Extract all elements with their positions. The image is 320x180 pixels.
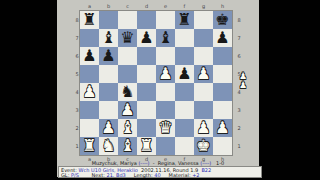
- square-d4: [137, 83, 156, 101]
- square-a4: ♟: [80, 83, 99, 101]
- square-f5: ♟: [175, 65, 194, 83]
- square-e1: [156, 137, 175, 155]
- square-c4: ♞: [118, 83, 137, 101]
- square-e5: ♟: [156, 65, 175, 83]
- file-label-h: h: [213, 3, 232, 10]
- square-b7: ♝: [99, 29, 118, 47]
- rank-label-2: 2: [236, 125, 242, 131]
- black-knight-piece: ♞: [120, 84, 134, 100]
- caption-text: Material:: [161, 172, 193, 178]
- rank-label-3: 3: [74, 107, 80, 113]
- white-pawn-piece: ♟: [196, 120, 210, 136]
- square-c6: [118, 47, 137, 65]
- caption-text: P/S: [71, 172, 79, 178]
- square-f4: [175, 83, 194, 101]
- square-b6: ♟: [99, 47, 118, 65]
- square-h1: [213, 137, 232, 155]
- square-b2: ♟: [99, 119, 118, 137]
- black-pawn-piece: ♟: [139, 30, 153, 46]
- captured-material-tray: ♟♟: [236, 72, 250, 90]
- square-g5: ♟: [194, 65, 213, 83]
- chess-board: ♜♜♚♝♛♟♝♟♟♟♟♟♟♟♞♟♟♝♛♟♟♜♞♝♜♚: [80, 11, 232, 155]
- black-bishop-piece: ♝: [158, 30, 172, 46]
- file-label-b: b: [99, 3, 118, 10]
- rank-label-8: 8: [74, 17, 80, 23]
- white-pawn-piece: ♟: [215, 120, 229, 136]
- caption-text: 21. Bd3: [106, 172, 125, 178]
- black-rook-piece: ♜: [177, 12, 191, 28]
- file-label-d: d: [137, 3, 156, 10]
- video-frame: abcdefgh ♜♜♚♝♛♟♝♟♟♟♟♟♟♟♞♟♟♝♛♟♟♜♞♝♜♚ abcd…: [0, 0, 320, 180]
- square-h7: ♟: [213, 29, 232, 47]
- square-d7: ♟: [137, 29, 156, 47]
- rank-label-2: 2: [74, 125, 80, 131]
- file-label-c: c: [118, 3, 137, 10]
- square-d6: [137, 47, 156, 65]
- square-b1: ♞: [99, 137, 118, 155]
- white-queen-piece: ♛: [158, 120, 172, 136]
- caption-text: +2: [192, 172, 199, 178]
- chess-video-panel: abcdefgh ♜♜♚♝♛♟♝♟♟♟♟♟♟♟♞♟♟♝♛♟♟♜♞♝♜♚ abcd…: [57, 0, 259, 177]
- rank-label-5: 5: [74, 71, 80, 77]
- white-bishop-piece: ♝: [120, 120, 134, 136]
- white-pawn-piece: ♟: [120, 102, 134, 118]
- square-a1: ♜: [80, 137, 99, 155]
- white-bishop-piece: ♝: [120, 138, 134, 154]
- rank-label-6: 6: [74, 53, 80, 59]
- white-rook-piece: ♜: [139, 138, 153, 154]
- square-a5: [80, 65, 99, 83]
- square-g4: [194, 83, 213, 101]
- caption-text: B22: [201, 167, 211, 173]
- caption-text: Next:: [79, 172, 107, 178]
- white-pawn-piece: ♟: [158, 66, 172, 82]
- game-info-box: Event: Wch U10 Girls, Heraklio 2002.11.1…: [58, 166, 262, 178]
- file-label-g: g: [194, 3, 213, 10]
- square-a3: [80, 101, 99, 119]
- square-a6: ♟: [80, 47, 99, 65]
- black-king-piece: ♚: [215, 12, 229, 28]
- square-g3: [194, 101, 213, 119]
- white-pawn-piece: ♟: [101, 120, 115, 136]
- square-c1: ♝: [118, 137, 137, 155]
- square-f8: ♜: [175, 11, 194, 29]
- square-c5: [118, 65, 137, 83]
- square-h4: [213, 83, 232, 101]
- black-pawn-piece: ♟: [215, 30, 229, 46]
- square-b8: [99, 11, 118, 29]
- square-e4: [156, 83, 175, 101]
- file-labels-top: abcdefgh: [80, 3, 232, 10]
- square-b3: [99, 101, 118, 119]
- rank-label-7: 7: [236, 35, 242, 41]
- square-g2: ♟: [194, 119, 213, 137]
- square-f7: [175, 29, 194, 47]
- square-d3: [137, 101, 156, 119]
- square-c7: ♛: [118, 29, 137, 47]
- square-g7: [194, 29, 213, 47]
- square-b5: [99, 65, 118, 83]
- black-pawn-piece: ♟: [177, 66, 191, 82]
- square-e2: ♛: [156, 119, 175, 137]
- black-pawn-piece: ♟: [82, 48, 96, 64]
- square-f1: [175, 137, 194, 155]
- square-e7: ♝: [156, 29, 175, 47]
- square-e3: [156, 101, 175, 119]
- rank-label-3: 3: [236, 107, 242, 113]
- square-e8: [156, 11, 175, 29]
- square-f2: [175, 119, 194, 137]
- rank-label-1: 1: [74, 143, 80, 149]
- rank-label-8: 8: [236, 17, 242, 23]
- black-bishop-piece: ♝: [101, 30, 115, 46]
- caption-text: GL:: [61, 172, 71, 178]
- square-h2: ♟: [213, 119, 232, 137]
- square-f6: [175, 47, 194, 65]
- white-king-piece: ♚: [196, 138, 210, 154]
- pawn-icon: ♟: [239, 81, 247, 90]
- square-g1: ♚: [194, 137, 213, 155]
- square-d1: ♜: [137, 137, 156, 155]
- caption-text: Length:: [126, 172, 154, 178]
- square-h6: [213, 47, 232, 65]
- rank-label-1: 1: [236, 143, 242, 149]
- white-knight-piece: ♞: [101, 138, 115, 154]
- black-pawn-piece: ♟: [101, 48, 115, 64]
- file-label-e: e: [156, 3, 175, 10]
- file-label-f: f: [175, 3, 194, 10]
- square-a7: [80, 29, 99, 47]
- square-d5: [137, 65, 156, 83]
- rank-label-7: 7: [74, 35, 80, 41]
- square-h5: [213, 65, 232, 83]
- square-d8: [137, 11, 156, 29]
- rank-label-6: 6: [236, 53, 242, 59]
- square-c3: ♟: [118, 101, 137, 119]
- square-g8: [194, 11, 213, 29]
- square-e6: [156, 47, 175, 65]
- white-pawn-piece: ♟: [82, 84, 96, 100]
- square-f3: [175, 101, 194, 119]
- file-label-a: a: [80, 3, 99, 10]
- white-pawn-piece: ♟: [196, 66, 210, 82]
- black-queen-piece: ♛: [120, 30, 134, 46]
- square-g6: [194, 47, 213, 65]
- square-c8: [118, 11, 137, 29]
- square-h8: ♚: [213, 11, 232, 29]
- square-b4: [99, 83, 118, 101]
- square-d2: [137, 119, 156, 137]
- black-rook-piece: ♜: [82, 12, 96, 28]
- square-c2: ♝: [118, 119, 137, 137]
- rank-label-4: 4: [74, 89, 80, 95]
- square-a8: ♜: [80, 11, 99, 29]
- square-h3: [213, 101, 232, 119]
- white-rook-piece: ♜: [82, 138, 96, 154]
- square-a2: [80, 119, 99, 137]
- status-line: GL: P/S Next: 21. Bd3 Length: 40 Materia…: [61, 173, 259, 178]
